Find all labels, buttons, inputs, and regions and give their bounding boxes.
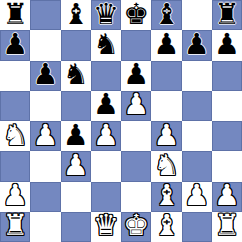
square-d3[interactable]: [91, 151, 121, 181]
white-pawn-a2[interactable]: ♟: [2, 182, 28, 211]
black-rook-h8[interactable]: ♜: [214, 0, 240, 29]
square-b1[interactable]: [30, 212, 60, 242]
black-knight-c6[interactable]: ♞: [63, 61, 89, 90]
square-a4[interactable]: ♞: [0, 121, 30, 151]
white-pawn-e5[interactable]: ♟: [123, 91, 149, 120]
square-c1[interactable]: [61, 212, 91, 242]
white-pawn-g2[interactable]: ♟: [184, 182, 210, 211]
square-e3[interactable]: [121, 151, 151, 181]
square-a2[interactable]: ♟: [0, 182, 30, 212]
square-b2[interactable]: [30, 182, 60, 212]
square-f6[interactable]: [151, 61, 181, 91]
square-f7[interactable]: ♟: [151, 30, 181, 60]
black-queen-d8[interactable]: ♛: [93, 0, 119, 29]
square-c8[interactable]: ♝: [61, 0, 91, 30]
square-g4[interactable]: [182, 121, 212, 151]
square-c5[interactable]: [61, 91, 91, 121]
black-knight-d7[interactable]: ♞: [93, 30, 119, 59]
white-king-e1[interactable]: ♚: [123, 212, 149, 241]
black-pawn-h7[interactable]: ♟: [214, 30, 240, 59]
square-h8[interactable]: ♜: [212, 0, 242, 30]
square-h5[interactable]: [212, 91, 242, 121]
square-e2[interactable]: [121, 182, 151, 212]
square-d1[interactable]: ♛: [91, 212, 121, 242]
black-rook-a8[interactable]: ♜: [2, 0, 28, 29]
black-pawn-a7[interactable]: ♟: [2, 30, 28, 59]
square-e6[interactable]: ♟: [121, 61, 151, 91]
square-b8[interactable]: [30, 0, 60, 30]
black-pawn-b6[interactable]: ♟: [32, 61, 58, 90]
square-f8[interactable]: ♝: [151, 0, 181, 30]
white-pawn-c3[interactable]: ♟: [63, 151, 89, 180]
white-rook-h1[interactable]: ♜: [214, 212, 240, 241]
square-a7[interactable]: ♟: [0, 30, 30, 60]
square-a5[interactable]: [0, 91, 30, 121]
square-h3[interactable]: [212, 151, 242, 181]
square-d2[interactable]: [91, 182, 121, 212]
square-g8[interactable]: [182, 0, 212, 30]
square-h6[interactable]: [212, 61, 242, 91]
black-bishop-f8[interactable]: ♝: [153, 0, 179, 29]
square-a3[interactable]: [0, 151, 30, 181]
white-pawn-d4[interactable]: ♟: [93, 121, 119, 150]
square-c7[interactable]: [61, 30, 91, 60]
square-f1[interactable]: ♝: [151, 212, 181, 242]
square-e1[interactable]: ♚: [121, 212, 151, 242]
square-h1[interactable]: ♜: [212, 212, 242, 242]
square-b4[interactable]: ♟: [30, 121, 60, 151]
square-g1[interactable]: [182, 212, 212, 242]
square-a8[interactable]: ♜: [0, 0, 30, 30]
black-pawn-g7[interactable]: ♟: [184, 30, 210, 59]
square-g2[interactable]: ♟: [182, 182, 212, 212]
black-pawn-f7[interactable]: ♟: [153, 30, 179, 59]
square-b6[interactable]: ♟: [30, 61, 60, 91]
black-pawn-e6[interactable]: ♟: [123, 61, 149, 90]
white-knight-f3[interactable]: ♞: [153, 151, 179, 180]
white-rook-a1[interactable]: ♜: [2, 212, 28, 241]
square-f2[interactable]: ♝: [151, 182, 181, 212]
square-g3[interactable]: [182, 151, 212, 181]
white-knight-a4[interactable]: ♞: [2, 121, 28, 150]
square-h2[interactable]: ♟: [212, 182, 242, 212]
white-bishop-f2[interactable]: ♝: [153, 182, 179, 211]
square-a1[interactable]: ♜: [0, 212, 30, 242]
square-d6[interactable]: [91, 61, 121, 91]
square-c2[interactable]: [61, 182, 91, 212]
black-king-e8[interactable]: ♚: [123, 0, 149, 29]
white-pawn-f4[interactable]: ♟: [153, 121, 179, 150]
black-bishop-c8[interactable]: ♝: [63, 0, 89, 29]
black-pawn-c4[interactable]: ♟: [63, 121, 89, 150]
square-e5[interactable]: ♟: [121, 91, 151, 121]
square-f3[interactable]: ♞: [151, 151, 181, 181]
square-f5[interactable]: [151, 91, 181, 121]
square-h7[interactable]: ♟: [212, 30, 242, 60]
square-g6[interactable]: [182, 61, 212, 91]
square-d4[interactable]: ♟: [91, 121, 121, 151]
square-e4[interactable]: [121, 121, 151, 151]
square-b7[interactable]: [30, 30, 60, 60]
square-c6[interactable]: ♞: [61, 61, 91, 91]
square-h4[interactable]: [212, 121, 242, 151]
square-b3[interactable]: [30, 151, 60, 181]
square-f4[interactable]: ♟: [151, 121, 181, 151]
square-d5[interactable]: ♟: [91, 91, 121, 121]
square-c3[interactable]: ♟: [61, 151, 91, 181]
square-e7[interactable]: [121, 30, 151, 60]
black-pawn-d5[interactable]: ♟: [93, 91, 119, 120]
square-g5[interactable]: [182, 91, 212, 121]
square-b5[interactable]: [30, 91, 60, 121]
square-d7[interactable]: ♞: [91, 30, 121, 60]
square-a6[interactable]: [0, 61, 30, 91]
white-bishop-f1[interactable]: ♝: [153, 212, 179, 241]
square-c4[interactable]: ♟: [61, 121, 91, 151]
square-d8[interactable]: ♛: [91, 0, 121, 30]
white-pawn-h2[interactable]: ♟: [214, 182, 240, 211]
white-queen-d1[interactable]: ♛: [93, 212, 119, 241]
white-pawn-b4[interactable]: ♟: [32, 121, 58, 150]
chess-board: ♜♝♛♚♝♜♟♞♟♟♟♟♞♟♟♟♞♟♟♟♟♟♞♟♝♟♟♜♛♚♝♜: [0, 0, 242, 242]
square-e8[interactable]: ♚: [121, 0, 151, 30]
square-g7[interactable]: ♟: [182, 30, 212, 60]
